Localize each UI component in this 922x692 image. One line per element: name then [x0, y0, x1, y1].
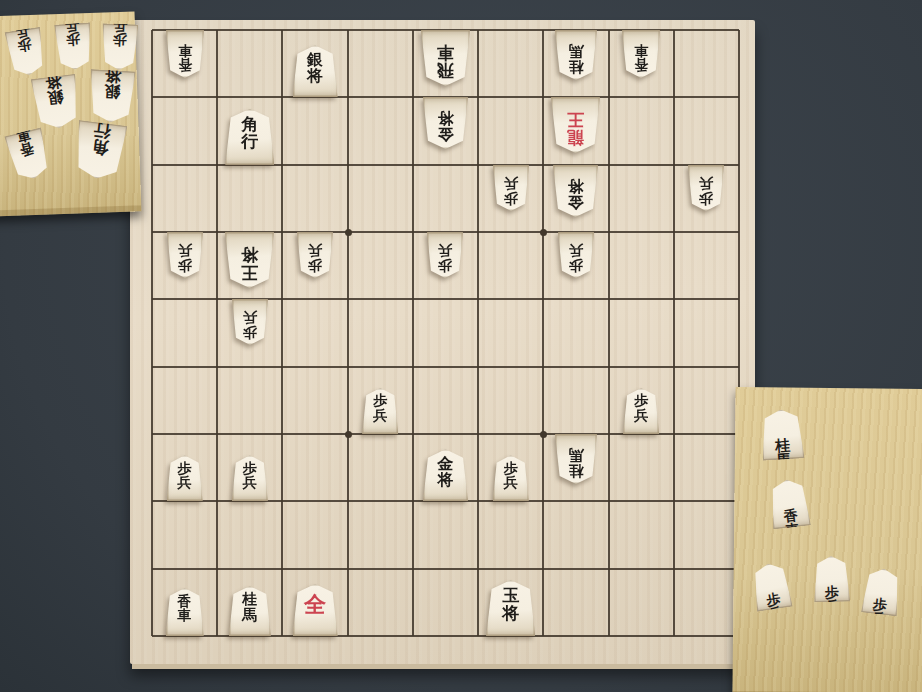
- piece-gote-pawn-in-hand[interactable]: 歩兵: [101, 23, 139, 70]
- piece-gote-lance-in-hand[interactable]: 香車: [4, 127, 52, 183]
- square-3g: 桂馬: [543, 434, 608, 501]
- grid-line-vertical: [542, 30, 544, 636]
- grid-line-vertical: [151, 30, 153, 636]
- piece-sente-pawn-9g[interactable]: 歩兵: [167, 455, 203, 501]
- square-8d: 王将: [217, 232, 282, 299]
- square-7a: 銀将: [282, 30, 347, 97]
- piece-gote-pawn-4c[interactable]: 歩兵: [493, 165, 529, 211]
- piece-sente-pawn-in-hand[interactable]: 歩兵: [813, 556, 850, 603]
- star-point: [540, 431, 547, 438]
- square-9d: 歩兵: [152, 232, 217, 299]
- piece-gote-pawn-1c[interactable]: 歩兵: [688, 165, 724, 211]
- piece-gote-pawn-8e[interactable]: 歩兵: [232, 299, 268, 345]
- piece-sente-promoted-silver-7i[interactable]: 全: [293, 584, 338, 636]
- grid-line-vertical: [477, 30, 479, 636]
- piece-sente-pawn-in-hand[interactable]: 歩兵: [861, 567, 902, 617]
- piece-sente-lance-in-hand[interactable]: 香車: [768, 478, 811, 530]
- star-point: [345, 229, 352, 236]
- grid-line-horizontal: [152, 568, 739, 570]
- square-5b: 金将: [413, 97, 478, 164]
- square-6f: 歩兵: [348, 367, 413, 434]
- square-9i: 香車: [152, 569, 217, 636]
- shogi-board: 香車銀将飛車桂馬香車角行金将龍王歩兵金将歩兵歩兵王将歩兵歩兵歩兵歩兵歩兵歩兵歩兵…: [130, 20, 755, 664]
- piece-gote-gold-3c[interactable]: 金将: [553, 165, 598, 217]
- square-9a: 香車: [152, 30, 217, 97]
- square-5d: 歩兵: [413, 232, 478, 299]
- square-3d: 歩兵: [543, 232, 608, 299]
- piece-gote-pawn-in-hand[interactable]: 歩兵: [54, 22, 93, 70]
- piece-gote-pawn-in-hand[interactable]: 歩兵: [4, 27, 47, 78]
- piece-gote-pawn-7d[interactable]: 歩兵: [297, 232, 333, 278]
- shogi-board-grid: 香車銀将飛車桂馬香車角行金将龍王歩兵金将歩兵歩兵王将歩兵歩兵歩兵歩兵歩兵歩兵歩兵…: [152, 30, 739, 636]
- piece-gote-knight-3a[interactable]: 桂馬: [555, 30, 597, 80]
- grid-line-vertical: [347, 30, 349, 636]
- square-3b: 龍王: [543, 97, 608, 164]
- square-8b: 角行: [217, 97, 282, 164]
- piece-sente-silver-7a[interactable]: 銀将: [293, 45, 338, 97]
- square-8g: 歩兵: [217, 434, 282, 501]
- grid-line-vertical: [281, 30, 283, 636]
- square-4i: 玉将: [478, 569, 543, 636]
- grid-line-horizontal: [152, 164, 739, 166]
- piece-sente-pawn-6f[interactable]: 歩兵: [362, 388, 398, 434]
- square-3c: 金将: [543, 165, 608, 232]
- piece-gote-king-8d[interactable]: 王将: [225, 232, 274, 288]
- square-9g: 歩兵: [152, 434, 217, 501]
- piece-sente-pawn-8g[interactable]: 歩兵: [232, 455, 268, 501]
- piece-gote-knight-3g[interactable]: 桂馬: [555, 434, 597, 484]
- star-point: [345, 431, 352, 438]
- square-3a: 桂馬: [543, 30, 608, 97]
- square-1c: 歩兵: [674, 165, 739, 232]
- photo-scene: 香車銀将飛車桂馬香車角行金将龍王歩兵金将歩兵歩兵王将歩兵歩兵歩兵歩兵歩兵歩兵歩兵…: [0, 0, 922, 692]
- square-8e: 歩兵: [217, 299, 282, 366]
- square-8i: 桂馬: [217, 569, 282, 636]
- piece-sente-knight-8i[interactable]: 桂馬: [229, 586, 271, 636]
- piece-gote-lance-9a[interactable]: 香車: [166, 30, 204, 78]
- grid-line-horizontal: [152, 433, 739, 435]
- square-2a: 香車: [609, 30, 674, 97]
- grid-line-horizontal: [152, 635, 739, 637]
- grid-line-horizontal: [152, 29, 739, 31]
- grid-line-horizontal: [152, 366, 739, 368]
- square-5g: 金将: [413, 434, 478, 501]
- grid-line-horizontal: [152, 500, 739, 502]
- piece-sente-pawn-2f[interactable]: 歩兵: [623, 388, 659, 434]
- square-4c: 歩兵: [478, 165, 543, 232]
- square-4g: 歩兵: [478, 434, 543, 501]
- piece-sente-pawn-in-hand[interactable]: 歩兵: [750, 561, 792, 612]
- piece-sente-lance-9i[interactable]: 香車: [166, 588, 204, 636]
- piece-gote-lance-2a[interactable]: 香車: [622, 30, 660, 78]
- piece-gote-pawn-5d[interactable]: 歩兵: [427, 232, 463, 278]
- piece-gote-silver-in-hand[interactable]: 銀将: [31, 74, 82, 131]
- piece-gote-gold-5b[interactable]: 金将: [423, 97, 468, 149]
- piece-gote-dragon-king-promoted-rook-3b[interactable]: 龍王: [551, 97, 600, 153]
- star-point: [540, 229, 547, 236]
- piece-sente-bishop-8b[interactable]: 角行: [225, 109, 274, 165]
- grid-line-vertical: [673, 30, 675, 636]
- square-2f: 歩兵: [609, 367, 674, 434]
- square-7i: 全: [282, 569, 347, 636]
- gote-piece-stand: 歩兵歩兵歩兵銀将銀将香車角行: [0, 11, 141, 216]
- piece-sente-pawn-4g[interactable]: 歩兵: [493, 455, 529, 501]
- grid-line-horizontal: [152, 231, 739, 233]
- piece-gote-pawn-9d[interactable]: 歩兵: [167, 232, 203, 278]
- grid-line-vertical: [608, 30, 610, 636]
- piece-sente-king-4i[interactable]: 玉将: [486, 580, 535, 636]
- grid-line-horizontal: [152, 96, 739, 98]
- grid-line-vertical: [412, 30, 414, 636]
- piece-sente-gold-5g[interactable]: 金将: [423, 449, 468, 501]
- piece-gote-rook-5a[interactable]: 飛車: [421, 30, 470, 86]
- piece-sente-knight-in-hand[interactable]: 桂馬: [760, 408, 805, 460]
- sente-piece-stand: 桂馬香車歩兵歩兵歩兵: [732, 387, 922, 692]
- piece-gote-pawn-3d[interactable]: 歩兵: [558, 232, 594, 278]
- grid-line-vertical: [216, 30, 218, 636]
- piece-gote-bishop-in-hand[interactable]: 角行: [72, 120, 127, 182]
- grid-line-horizontal: [152, 298, 739, 300]
- square-7d: 歩兵: [282, 232, 347, 299]
- square-5a: 飛車: [413, 30, 478, 97]
- piece-gote-silver-in-hand[interactable]: 銀将: [88, 69, 136, 123]
